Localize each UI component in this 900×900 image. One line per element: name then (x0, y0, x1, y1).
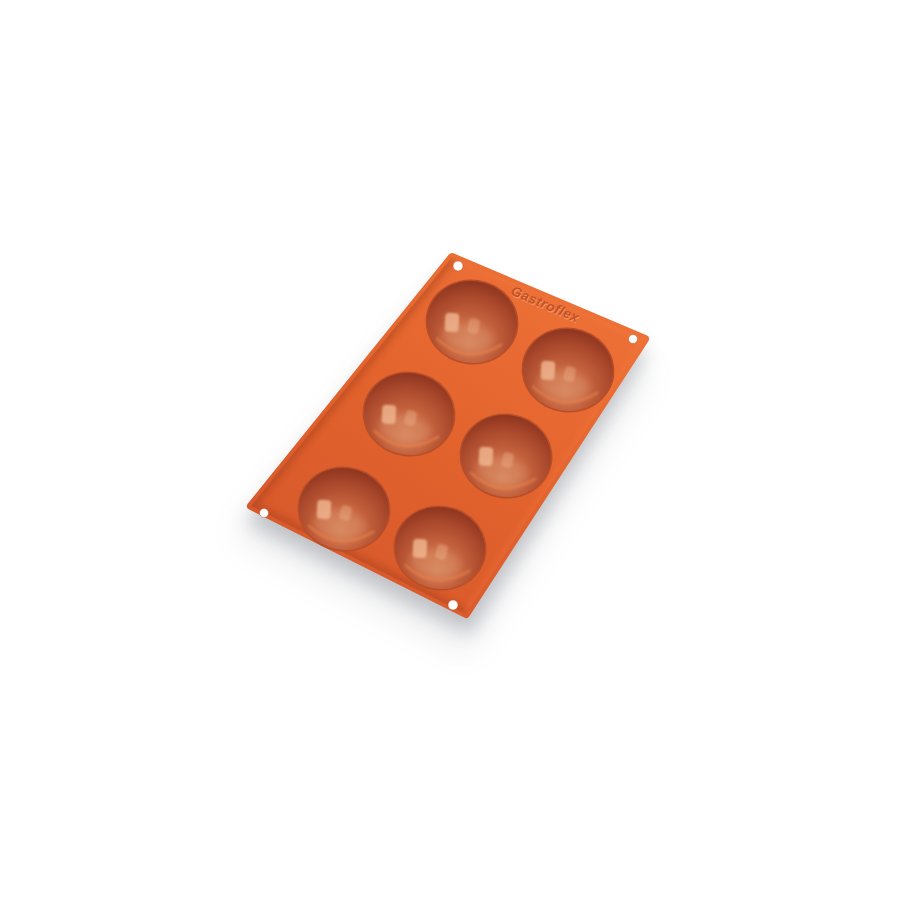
corner-hole-bottom (448, 600, 458, 610)
corner-hole-right (629, 335, 638, 344)
photo-stage: Gastroflex Gastroflex (0, 0, 900, 900)
corner-hole-top (453, 261, 463, 271)
product-photo: Gastroflex Gastroflex (0, 0, 900, 900)
corner-hole-left (260, 509, 269, 518)
